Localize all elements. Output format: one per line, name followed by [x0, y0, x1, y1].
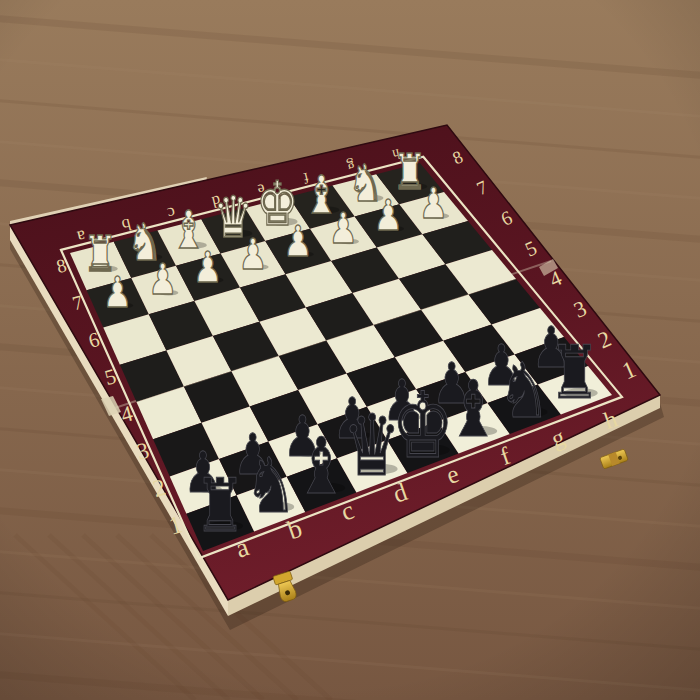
chessboard-scene: abcdefghabcdefgh8765432187654321♜♞♝♛♚♝♞♜…: [0, 0, 700, 700]
photo-vignette: [0, 0, 700, 700]
chess-set-photo: abcdefghabcdefgh8765432187654321♜♞♝♛♚♝♞♜…: [0, 0, 700, 700]
